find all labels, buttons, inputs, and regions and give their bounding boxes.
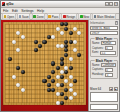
done-icon [33, 15, 36, 18]
toolbar-button-label: Pass [52, 15, 58, 19]
open-icon [4, 15, 7, 18]
panel-title: Information [90, 21, 104, 25]
black-stone-r13c11[interactable] [47, 75, 51, 79]
new-button[interactable]: New [78, 13, 90, 20]
panel-header: Information × [90, 21, 118, 25]
white-player-group: White Player Name: Human Captures: 0 Kom… [90, 38, 118, 57]
white-player-group-title: White Player [95, 37, 114, 41]
white-captures-row: Captures: 0 [92, 46, 116, 50]
black-stone-r7c8[interactable] [34, 48, 38, 52]
white-stone-r13c16[interactable] [69, 75, 73, 79]
save-button[interactable]: Save [17, 13, 30, 20]
maximize-icon[interactable]: □ [109, 2, 113, 6]
comment-textarea[interactable] [90, 92, 118, 102]
black-player-group-title: Black Player [95, 59, 114, 63]
komi-row: Komi: 5.5 [92, 51, 116, 55]
toolbar-button-label: Open [7, 15, 14, 19]
board-frame [1, 20, 88, 111]
black-stone-r12c12[interactable] [51, 70, 55, 74]
toolbar-button-label: Resign [66, 15, 75, 19]
black-stone-r6c9[interactable] [38, 44, 42, 48]
black-stone-r14c17[interactable] [73, 79, 77, 83]
main-area: Information × White vs. Black 19x19 Whit… [1, 20, 119, 111]
black-stone-r17c14[interactable] [60, 92, 64, 96]
menu-item-help[interactable]: Help [37, 9, 44, 13]
black-stone-r12c15[interactable] [64, 70, 68, 74]
game-name-field[interactable]: White vs. Black [90, 26, 118, 30]
menu-item-edit[interactable]: Edit [12, 9, 18, 13]
black-stone-r10c12[interactable] [51, 61, 55, 65]
white-captures-field: 0 [105, 46, 113, 50]
pass-icon [48, 15, 51, 18]
panel-close-icon[interactable]: × [115, 21, 118, 24]
resign-button[interactable]: Resign [61, 13, 77, 20]
black-captures-field: 0 [105, 68, 113, 72]
black-stone-r8c15[interactable] [64, 53, 68, 57]
black-stone-r5c8[interactable] [34, 40, 38, 44]
black-player-group: Black Player Name: Computer Captures: 0 … [90, 60, 118, 79]
menu-item-settings[interactable]: Settings [21, 9, 33, 13]
black-stone-r18c15[interactable] [64, 96, 68, 100]
info-panel: Information × White vs. Black 19x19 Whit… [88, 20, 119, 111]
black-name-label: Name: [92, 64, 100, 67]
black-stone-r15c11[interactable] [47, 83, 51, 87]
white-stone-r15c16[interactable] [69, 83, 73, 87]
white-stone-r17c17[interactable] [73, 92, 77, 96]
panel-spacer [90, 80, 118, 86]
menu-item-file[interactable]: File [3, 9, 8, 13]
pass-button[interactable]: Pass [47, 13, 60, 20]
minimize-icon[interactable]: – [105, 2, 109, 6]
white-stone-r16c16[interactable] [69, 88, 73, 92]
white-stone-r18c16[interactable] [69, 96, 73, 100]
black-stone-r8c18[interactable] [77, 53, 81, 57]
handicap-row: Handicap: 0 [92, 73, 116, 77]
black-stone-r9c2[interactable] [8, 57, 12, 61]
close-icon[interactable]: × [114, 2, 118, 6]
white-stone-r7c17[interactable] [73, 48, 77, 52]
white-stone-r9c16[interactable] [69, 57, 73, 61]
stones-layer [3, 22, 86, 105]
window-title: qGo [6, 2, 13, 6]
title-bar: qGo – □ × [1, 1, 119, 8]
white-stone-r3c4[interactable] [16, 31, 20, 35]
window-controls: – □ × [105, 2, 118, 6]
app-icon [2, 2, 5, 5]
black-stone-r11c4[interactable] [16, 66, 20, 70]
white-stone-r13c3[interactable] [12, 75, 16, 79]
black-stone-r7c15[interactable] [64, 48, 68, 52]
new-icon [80, 15, 83, 18]
handicap-label: Handicap: [92, 73, 104, 76]
white-stone-r3c18[interactable] [77, 31, 81, 35]
white-stone-r2c13[interactable] [56, 27, 60, 31]
toolbar-button-label: New [83, 15, 89, 19]
white-name-row: Name: Human [92, 41, 116, 45]
main-window-button[interactable]: Main Window [92, 13, 116, 20]
black-stone-r10c14[interactable] [60, 61, 64, 65]
white-stone-r3c14[interactable] [60, 31, 64, 35]
black-stone-r3c16[interactable] [69, 31, 73, 35]
go-board[interactable] [3, 22, 86, 105]
save-icon [19, 15, 22, 18]
white-stone-r4c5[interactable] [21, 35, 25, 39]
black-stone-r13c14[interactable] [60, 75, 64, 79]
black-stone-r11c13[interactable] [56, 66, 60, 70]
black-stone-r19c14[interactable] [60, 101, 64, 105]
black-stone-r16c12[interactable] [51, 88, 55, 92]
handicap-field[interactable]: 0 [105, 73, 113, 77]
black-stone-r2c15[interactable] [64, 27, 68, 31]
white-name-label: Name: [92, 42, 100, 45]
komi-field[interactable]: 5.5 [100, 51, 116, 55]
black-stone-r5c10[interactable] [42, 40, 46, 44]
white-stone-r7c4[interactable] [16, 48, 20, 52]
window-icon [94, 15, 97, 18]
black-stone-r15c14[interactable] [60, 83, 64, 87]
move-nav-row: Move 64 ◀ ▶ [90, 87, 118, 91]
black-name-field[interactable]: Computer [101, 63, 116, 67]
open-button[interactable]: Open [2, 13, 16, 20]
resign-icon [63, 15, 66, 18]
white-stone-r4c12[interactable] [51, 35, 55, 39]
black-stone-r14c12[interactable] [51, 79, 55, 83]
move-number-label: Move 64 [90, 87, 108, 91]
white-stone-r2c17[interactable] [73, 27, 77, 31]
next-move-button[interactable]: ▶ [114, 87, 118, 91]
white-captures-label: Captures: [92, 47, 104, 50]
chat-input[interactable] [90, 104, 118, 111]
toolbar-button-label: Done [37, 15, 44, 19]
done-button[interactable]: Done [32, 13, 46, 20]
black-captures-label: Captures: [92, 68, 104, 71]
white-name-field[interactable]: Human [101, 41, 116, 45]
toolbar-button-label: Main Window [97, 15, 114, 19]
black-captures-row: Captures: 0 [92, 68, 116, 72]
black-stone-r14c10[interactable] [42, 79, 46, 83]
white-stone-r15c4[interactable] [16, 83, 20, 87]
white-stone-r16c5[interactable] [21, 88, 25, 92]
toolbar-button-label: Save [22, 15, 29, 19]
white-stone-r14c15[interactable] [64, 79, 68, 83]
komi-label: Komi: [92, 51, 99, 54]
app-window: qGo – □ × FileEditSettingsHelp OpenSaveD… [0, 0, 120, 112]
black-stone-r11c16[interactable] [69, 66, 73, 70]
black-stone-r12c5[interactable] [21, 70, 25, 74]
black-stone-r16c15[interactable] [64, 88, 68, 92]
prev-move-button[interactable]: ◀ [109, 87, 113, 91]
white-stone-r5c17[interactable] [73, 40, 77, 44]
white-stone-r5c3[interactable] [12, 40, 16, 44]
black-stone-r1c15[interactable] [64, 22, 68, 26]
black-name-row: Name: Computer [92, 63, 116, 67]
game-event-field[interactable]: 19x19 [90, 31, 118, 35]
